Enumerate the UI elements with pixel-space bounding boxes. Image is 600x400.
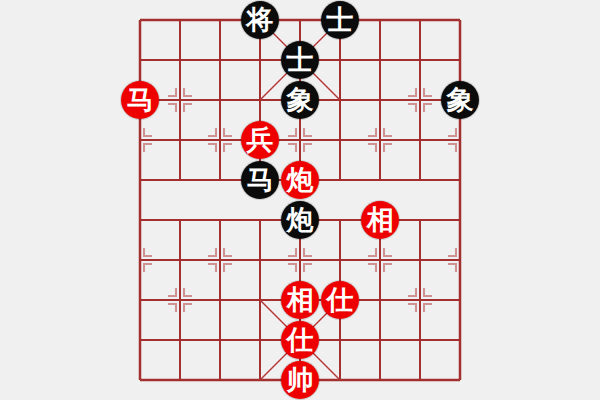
piece-glyph: 马 [247, 166, 274, 193]
piece-black-general[interactable]: 将 [241, 1, 279, 39]
piece-red-elephant[interactable]: 相 [281, 281, 319, 319]
piece-black-advisor[interactable]: 士 [281, 41, 319, 79]
piece-black-horse[interactable]: 马 [241, 161, 279, 199]
piece-red-horse[interactable]: 马 [121, 81, 159, 119]
piece-glyph: 马 [127, 86, 154, 113]
xiangqi-screenshot-root: 将士士马象象兵马炮炮相相仕仕帅 [0, 0, 600, 400]
piece-glyph: 将 [247, 6, 274, 33]
piece-black-advisor[interactable]: 士 [321, 1, 359, 39]
piece-glyph: 相 [287, 286, 314, 313]
piece-black-elephant[interactable]: 象 [441, 81, 479, 119]
piece-red-soldier[interactable]: 兵 [241, 121, 279, 159]
piece-black-elephant[interactable]: 象 [281, 81, 319, 119]
piece-red-cannon[interactable]: 炮 [281, 161, 319, 199]
piece-glyph: 帅 [287, 366, 314, 393]
piece-glyph: 象 [287, 86, 314, 113]
piece-red-elephant[interactable]: 相 [361, 201, 399, 239]
piece-red-advisor[interactable]: 仕 [321, 281, 359, 319]
piece-glyph: 象 [447, 86, 474, 113]
piece-glyph: 炮 [287, 166, 314, 193]
piece-glyph: 士 [327, 6, 354, 33]
piece-red-general[interactable]: 帅 [281, 361, 319, 399]
piece-glyph: 士 [287, 46, 314, 73]
piece-glyph: 相 [367, 206, 394, 233]
piece-black-cannon[interactable]: 炮 [281, 201, 319, 239]
board-pieces-layer: 将士士马象象兵马炮炮相相仕仕帅 [120, 0, 480, 400]
piece-glyph: 仕 [327, 286, 354, 313]
piece-red-advisor[interactable]: 仕 [281, 321, 319, 359]
piece-glyph: 炮 [287, 206, 314, 233]
piece-glyph: 兵 [247, 126, 274, 153]
piece-glyph: 仕 [287, 326, 314, 353]
